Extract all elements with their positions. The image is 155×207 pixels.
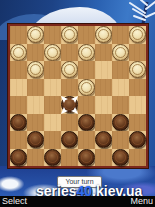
white-piece[interactable] — [129, 61, 146, 78]
checkers-board[interactable] — [8, 24, 148, 168]
white-piece[interactable] — [78, 79, 95, 96]
square-r4c1[interactable] — [27, 96, 44, 114]
square-r6c6 — [112, 131, 129, 149]
square-r6c7[interactable] — [129, 131, 146, 149]
square-r6c5[interactable] — [95, 131, 112, 149]
square-r2c0 — [10, 61, 27, 79]
square-r7c5 — [95, 149, 112, 167]
square-r4c7[interactable] — [129, 96, 146, 114]
square-r1c3 — [61, 44, 78, 62]
square-r0c5[interactable] — [95, 26, 112, 44]
white-piece[interactable] — [61, 26, 78, 43]
black-piece[interactable] — [95, 131, 112, 148]
square-r2c7[interactable] — [129, 61, 146, 79]
square-r0c7[interactable] — [129, 26, 146, 44]
white-piece[interactable] — [44, 44, 61, 61]
white-piece[interactable] — [112, 44, 129, 61]
square-r2c1[interactable] — [27, 61, 44, 79]
black-piece[interactable] — [78, 114, 95, 131]
square-r0c0 — [10, 26, 27, 44]
square-r3c7 — [129, 79, 146, 97]
square-r7c7 — [129, 149, 146, 167]
square-r4c5[interactable] — [95, 96, 112, 114]
square-r4c6 — [112, 96, 129, 114]
white-piece[interactable] — [27, 61, 44, 78]
square-r3c3 — [61, 79, 78, 97]
softkey-menu[interactable]: Menu — [128, 196, 155, 207]
white-piece[interactable] — [129, 26, 146, 43]
square-r2c2 — [44, 61, 61, 79]
white-piece[interactable] — [95, 26, 112, 43]
square-r4c4 — [78, 96, 95, 114]
square-r7c2[interactable] — [44, 149, 61, 167]
game-screen: Your turn series40.kiev.ua Select Menu — [0, 0, 155, 207]
black-piece[interactable] — [112, 149, 129, 166]
square-r5c0[interactable] — [10, 114, 27, 132]
black-piece[interactable] — [10, 114, 27, 131]
square-r0c6 — [112, 26, 129, 44]
square-r5c6[interactable] — [112, 114, 129, 132]
square-r5c5 — [95, 114, 112, 132]
square-r5c3 — [61, 114, 78, 132]
square-r5c4[interactable] — [78, 114, 95, 132]
square-r6c2 — [44, 131, 61, 149]
square-r4c3[interactable] — [61, 96, 78, 114]
square-r7c0[interactable] — [10, 149, 27, 167]
white-piece[interactable] — [27, 26, 44, 43]
black-piece[interactable] — [112, 114, 129, 131]
square-r3c2[interactable] — [44, 79, 61, 97]
white-piece[interactable] — [10, 44, 27, 61]
square-r1c1 — [27, 44, 44, 62]
black-piece[interactable] — [10, 149, 27, 166]
black-piece[interactable] — [27, 131, 44, 148]
square-r0c3[interactable] — [61, 26, 78, 44]
square-r2c3[interactable] — [61, 61, 78, 79]
square-r3c0[interactable] — [10, 79, 27, 97]
square-r5c2[interactable] — [44, 114, 61, 132]
softkey-bar: Select Menu — [0, 196, 155, 207]
square-r6c3[interactable] — [61, 131, 78, 149]
square-r0c1[interactable] — [27, 26, 44, 44]
square-r1c0[interactable] — [10, 44, 27, 62]
softkey-select[interactable]: Select — [0, 196, 29, 207]
square-r1c6[interactable] — [112, 44, 129, 62]
square-r3c5 — [95, 79, 112, 97]
white-piece[interactable] — [78, 44, 95, 61]
black-piece[interactable] — [44, 149, 61, 166]
square-r1c4[interactable] — [78, 44, 95, 62]
square-r6c1[interactable] — [27, 131, 44, 149]
square-r6c0 — [10, 131, 27, 149]
square-r2c4 — [78, 61, 95, 79]
square-r3c4[interactable] — [78, 79, 95, 97]
square-r7c6[interactable] — [112, 149, 129, 167]
square-r1c2[interactable] — [44, 44, 61, 62]
black-piece[interactable] — [78, 149, 95, 166]
black-piece[interactable] — [61, 131, 78, 148]
square-r3c1 — [27, 79, 44, 97]
square-r5c7 — [129, 114, 146, 132]
square-r3c6[interactable] — [112, 79, 129, 97]
square-r1c5 — [95, 44, 112, 62]
square-r7c1 — [27, 149, 44, 167]
square-r2c5[interactable] — [95, 61, 112, 79]
square-r4c0 — [10, 96, 27, 114]
square-r6c4 — [78, 131, 95, 149]
black-piece[interactable] — [129, 131, 146, 148]
square-r7c3 — [61, 149, 78, 167]
square-r0c2 — [44, 26, 61, 44]
square-r2c6 — [112, 61, 129, 79]
square-r1c7 — [129, 44, 146, 62]
white-piece[interactable] — [61, 61, 78, 78]
square-r0c4 — [78, 26, 95, 44]
square-r5c1 — [27, 114, 44, 132]
square-r7c4[interactable] — [78, 149, 95, 167]
square-r4c2 — [44, 96, 61, 114]
